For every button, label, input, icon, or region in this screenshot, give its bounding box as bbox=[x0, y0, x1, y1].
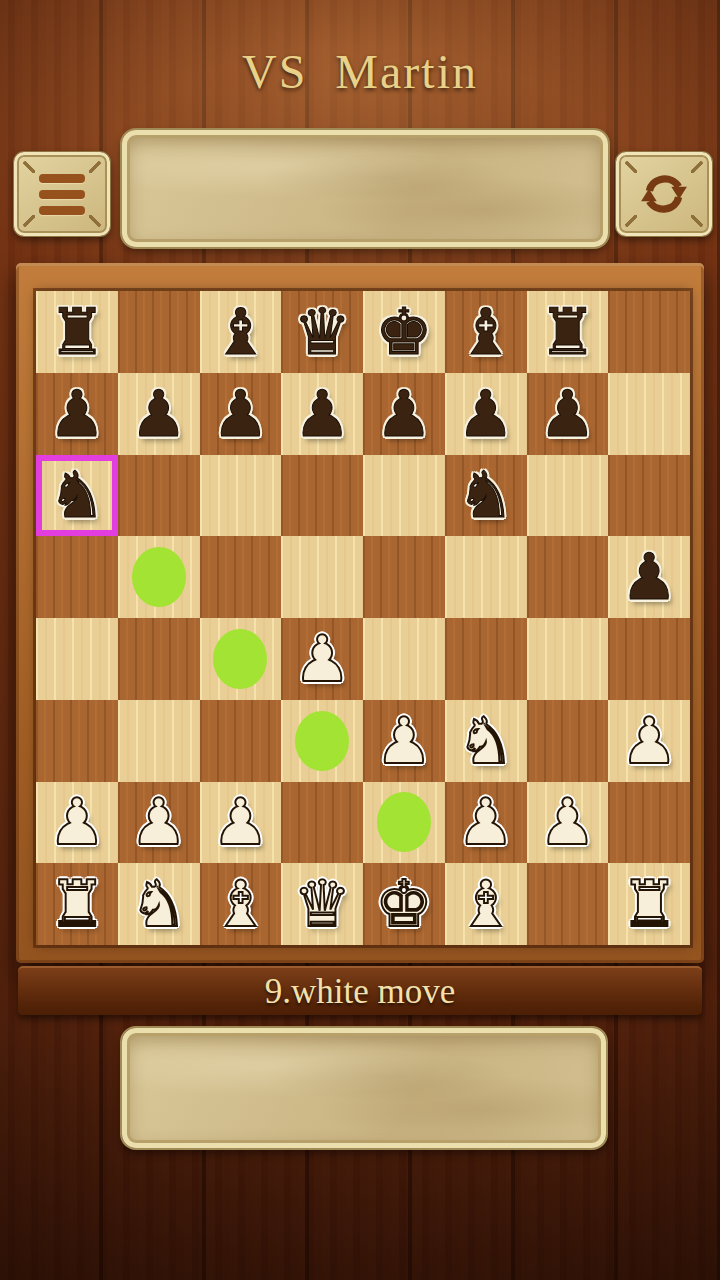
piece-black-pawn-h5[interactable]: ♟ bbox=[620, 545, 677, 609]
piece-black-pawn-c7[interactable]: ♟ bbox=[212, 382, 269, 446]
piece-white-pawn-b2[interactable]: ♟ bbox=[130, 790, 187, 854]
square-a7[interactable]: ♟ bbox=[36, 373, 118, 455]
piece-white-pawn-g2[interactable]: ♟ bbox=[539, 790, 596, 854]
piece-white-pawn-f2[interactable]: ♟ bbox=[457, 790, 514, 854]
square-d7[interactable]: ♟ bbox=[281, 373, 363, 455]
square-b4[interactable] bbox=[118, 618, 200, 700]
piece-black-pawn-a7[interactable]: ♟ bbox=[48, 382, 105, 446]
square-f3[interactable]: ♞ bbox=[445, 700, 527, 782]
square-c1[interactable]: ♝ bbox=[200, 863, 282, 945]
top-info-panel bbox=[122, 130, 608, 247]
square-b5[interactable] bbox=[118, 536, 200, 618]
square-f8[interactable]: ♝ bbox=[445, 291, 527, 373]
piece-black-pawn-b7[interactable]: ♟ bbox=[130, 382, 187, 446]
square-d8[interactable]: ♛ bbox=[281, 291, 363, 373]
square-b6[interactable] bbox=[118, 455, 200, 537]
hamburger-icon bbox=[39, 174, 85, 215]
square-c7[interactable]: ♟ bbox=[200, 373, 282, 455]
board: ♜♝♛♚♝♜♟♟♟♟♟♟♟♞♞♟♟♟♞♟♟♟♟♟♟♜♞♝♛♚♝♜ bbox=[36, 291, 690, 945]
legal-move-dot-b5[interactable] bbox=[132, 547, 186, 607]
square-f7[interactable]: ♟ bbox=[445, 373, 527, 455]
piece-black-pawn-f7[interactable]: ♟ bbox=[457, 382, 514, 446]
piece-black-knight-a6[interactable]: ♞ bbox=[48, 463, 105, 527]
piece-black-pawn-d7[interactable]: ♟ bbox=[293, 382, 350, 446]
square-e5[interactable] bbox=[363, 536, 445, 618]
square-h8[interactable] bbox=[608, 291, 690, 373]
square-a5[interactable] bbox=[36, 536, 118, 618]
piece-black-queen-d8[interactable]: ♛ bbox=[293, 300, 350, 364]
square-e2[interactable] bbox=[363, 782, 445, 864]
piece-black-king-e8[interactable]: ♚ bbox=[375, 300, 432, 364]
square-h6[interactable] bbox=[608, 455, 690, 537]
square-c3[interactable] bbox=[200, 700, 282, 782]
square-c5[interactable] bbox=[200, 536, 282, 618]
square-h2[interactable] bbox=[608, 782, 690, 864]
square-g4[interactable] bbox=[527, 618, 609, 700]
piece-black-knight-f6[interactable]: ♞ bbox=[457, 463, 514, 527]
legal-move-dot-c4[interactable] bbox=[213, 629, 267, 689]
square-b7[interactable]: ♟ bbox=[118, 373, 200, 455]
piece-white-rook-h1[interactable]: ♜ bbox=[620, 872, 677, 936]
square-g7[interactable]: ♟ bbox=[527, 373, 609, 455]
square-a6[interactable]: ♞ bbox=[36, 455, 118, 537]
square-c2[interactable]: ♟ bbox=[200, 782, 282, 864]
square-f4[interactable] bbox=[445, 618, 527, 700]
square-b3[interactable] bbox=[118, 700, 200, 782]
square-d6[interactable] bbox=[281, 455, 363, 537]
square-g8[interactable]: ♜ bbox=[527, 291, 609, 373]
piece-black-pawn-e7[interactable]: ♟ bbox=[375, 382, 432, 446]
square-d4[interactable]: ♟ bbox=[281, 618, 363, 700]
piece-white-pawn-d4[interactable]: ♟ bbox=[293, 627, 350, 691]
legal-move-dot-e2[interactable] bbox=[377, 792, 431, 852]
piece-white-queen-d1[interactable]: ♛ bbox=[293, 872, 350, 936]
square-f6[interactable]: ♞ bbox=[445, 455, 527, 537]
piece-white-king-e1[interactable]: ♚ bbox=[375, 872, 432, 936]
piece-black-rook-g8[interactable]: ♜ bbox=[539, 300, 596, 364]
square-g3[interactable] bbox=[527, 700, 609, 782]
square-h4[interactable] bbox=[608, 618, 690, 700]
piece-white-rook-a1[interactable]: ♜ bbox=[48, 872, 105, 936]
piece-black-bishop-c8[interactable]: ♝ bbox=[212, 300, 269, 364]
square-c4[interactable] bbox=[200, 618, 282, 700]
refresh-icon bbox=[637, 169, 691, 219]
piece-black-rook-a8[interactable]: ♜ bbox=[48, 300, 105, 364]
square-e7[interactable]: ♟ bbox=[363, 373, 445, 455]
square-g6[interactable] bbox=[527, 455, 609, 537]
square-h1[interactable]: ♜ bbox=[608, 863, 690, 945]
piece-white-pawn-a2[interactable]: ♟ bbox=[48, 790, 105, 854]
piece-white-knight-f3[interactable]: ♞ bbox=[457, 709, 514, 773]
square-g1[interactable] bbox=[527, 863, 609, 945]
flip-board-button[interactable] bbox=[616, 152, 712, 236]
piece-white-bishop-c1[interactable]: ♝ bbox=[212, 872, 269, 936]
square-c8[interactable]: ♝ bbox=[200, 291, 282, 373]
square-e4[interactable] bbox=[363, 618, 445, 700]
square-a8[interactable]: ♜ bbox=[36, 291, 118, 373]
square-d2[interactable] bbox=[281, 782, 363, 864]
square-d1[interactable]: ♛ bbox=[281, 863, 363, 945]
square-a4[interactable] bbox=[36, 618, 118, 700]
square-f2[interactable]: ♟ bbox=[445, 782, 527, 864]
square-h5[interactable]: ♟ bbox=[608, 536, 690, 618]
piece-white-pawn-e3[interactable]: ♟ bbox=[375, 709, 432, 773]
piece-black-pawn-g7[interactable]: ♟ bbox=[539, 382, 596, 446]
page-title: VS Martin bbox=[0, 44, 720, 99]
chess-app-screen: VS Martin ♜♝♛♚♝♜♟♟♟♟♟♟♟♞♞♟♟♟♞♟♟♟♟♟♟♜♞♝♛♚… bbox=[0, 0, 720, 1280]
square-e6[interactable] bbox=[363, 455, 445, 537]
square-a2[interactable]: ♟ bbox=[36, 782, 118, 864]
menu-button[interactable] bbox=[14, 152, 110, 236]
bottom-info-panel bbox=[122, 1028, 606, 1148]
piece-black-bishop-f8[interactable]: ♝ bbox=[457, 300, 514, 364]
status-bar: 9.white move bbox=[18, 966, 702, 1015]
square-f1[interactable]: ♝ bbox=[445, 863, 527, 945]
square-g2[interactable]: ♟ bbox=[527, 782, 609, 864]
square-h7[interactable] bbox=[608, 373, 690, 455]
square-e3[interactable]: ♟ bbox=[363, 700, 445, 782]
square-c6[interactable] bbox=[200, 455, 282, 537]
square-e8[interactable]: ♚ bbox=[363, 291, 445, 373]
piece-white-bishop-f1[interactable]: ♝ bbox=[457, 872, 514, 936]
square-a3[interactable] bbox=[36, 700, 118, 782]
square-b2[interactable]: ♟ bbox=[118, 782, 200, 864]
square-g5[interactable] bbox=[527, 536, 609, 618]
square-d3[interactable] bbox=[281, 700, 363, 782]
square-h3[interactable]: ♟ bbox=[608, 700, 690, 782]
piece-white-pawn-h3[interactable]: ♟ bbox=[620, 709, 677, 773]
piece-white-knight-b1[interactable]: ♞ bbox=[130, 872, 187, 936]
status-text: 9.white move bbox=[265, 972, 456, 1012]
legal-move-dot-d3[interactable] bbox=[295, 711, 349, 771]
square-e1[interactable]: ♚ bbox=[363, 863, 445, 945]
piece-white-pawn-c2[interactable]: ♟ bbox=[212, 790, 269, 854]
square-f5[interactable] bbox=[445, 536, 527, 618]
square-b1[interactable]: ♞ bbox=[118, 863, 200, 945]
square-a1[interactable]: ♜ bbox=[36, 863, 118, 945]
square-b8[interactable] bbox=[118, 291, 200, 373]
square-d5[interactable] bbox=[281, 536, 363, 618]
